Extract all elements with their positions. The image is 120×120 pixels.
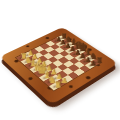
- square-h4: [67, 72, 78, 80]
- black-rook: ♜: [92, 57, 106, 65]
- piece-shadow: [92, 60, 99, 65]
- piece-shadow: [87, 63, 94, 68]
- piece-shadow: [18, 56, 25, 60]
- square-e6: [64, 54, 74, 61]
- chess-board: ♜♟♟♜♞♟♟♞♝♟♟♝♛♟♟♛♚♟♟♚♝♟♟♝♞♟♟♞♜♟♟♜: [0, 27, 118, 105]
- square-h7: ♟: [84, 62, 95, 69]
- chessboard-photo: ♜♟♟♜♞♟♟♞♝♟♟♝♛♟♟♛♚♟♟♚♝♟♟♝♞♟♟♞♜♟♟♜: [0, 0, 120, 120]
